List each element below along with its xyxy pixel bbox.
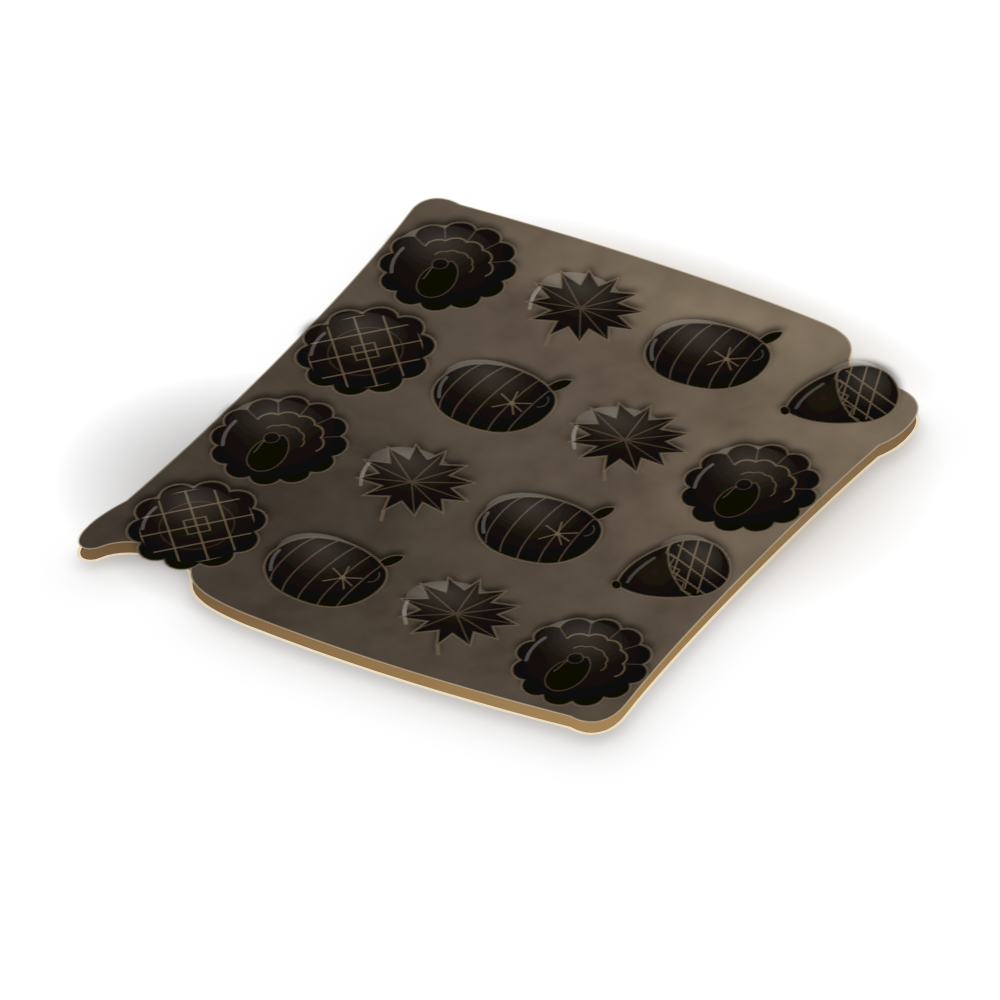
baking-pan [61, 180, 972, 743]
product-photo-stage [0, 0, 1000, 1000]
cavity-grid [61, 180, 972, 743]
